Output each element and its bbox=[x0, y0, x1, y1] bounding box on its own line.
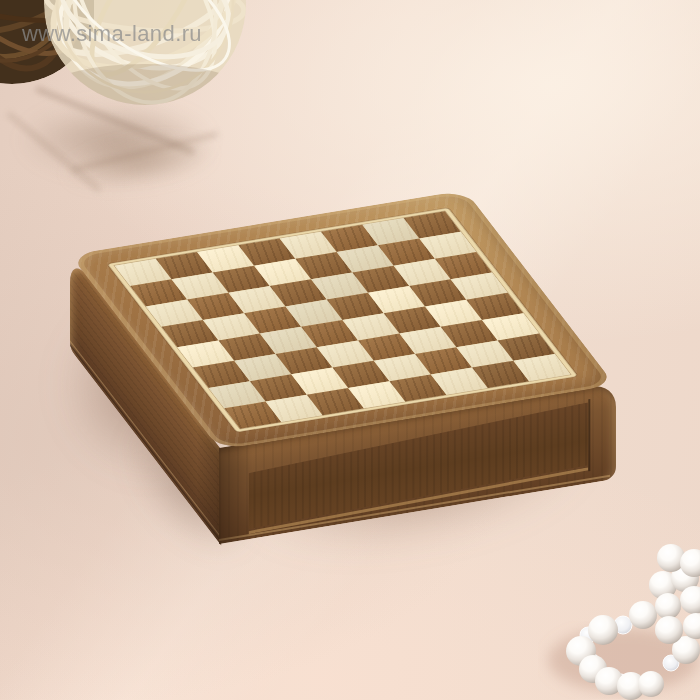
chessboard-grid bbox=[115, 211, 571, 428]
drawer-seam bbox=[588, 399, 590, 471]
pearl-necklace bbox=[538, 538, 700, 700]
watermark-text: www.sima-land.ru bbox=[22, 21, 202, 47]
photo-background: www.sima-land.ru bbox=[0, 0, 700, 700]
corner-shading bbox=[219, 442, 253, 544]
cream-rattan-ball bbox=[33, 0, 253, 118]
